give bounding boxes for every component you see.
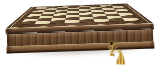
tassel-head xyxy=(117,49,121,53)
square-f1 xyxy=(94,19,110,22)
square-d1 xyxy=(65,20,80,23)
square-c1 xyxy=(49,20,65,23)
box-tilt-group xyxy=(0,0,160,79)
chess-box-photo xyxy=(0,0,160,79)
square-h1 xyxy=(122,18,139,21)
board-scene xyxy=(0,0,160,79)
square-e1 xyxy=(79,19,94,22)
chessboard-lid xyxy=(6,4,154,29)
